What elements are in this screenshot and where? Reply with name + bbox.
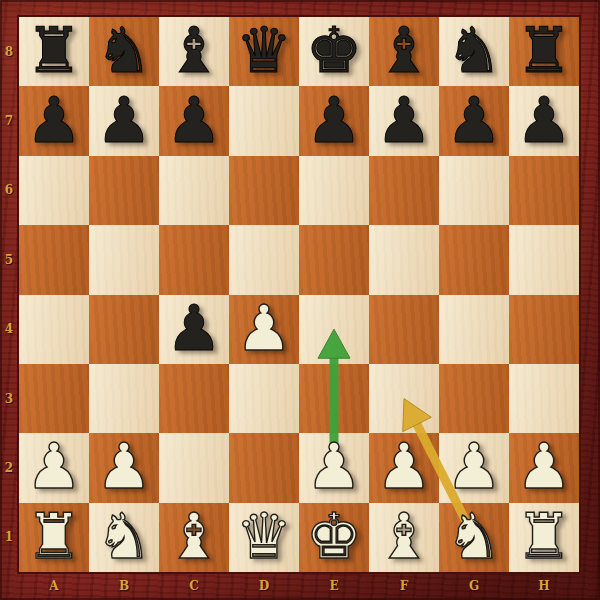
square-c5[interactable]	[159, 225, 229, 294]
square-d3[interactable]	[229, 364, 299, 433]
square-b5[interactable]	[89, 225, 159, 294]
white-knight-b1[interactable]: ♞	[96, 502, 152, 571]
square-h5[interactable]	[509, 225, 579, 294]
square-e3[interactable]	[299, 364, 369, 433]
square-e7[interactable]: ♟	[299, 86, 369, 155]
square-b8[interactable]: ♞	[89, 17, 159, 86]
file-label-G: G	[469, 579, 479, 593]
chess-board-frame: ♜♞♝♛♚♝♞♜♟♟♟♟♟♟♟♟♟♟♟♟♟♟♟♜♞♝♛♚♝♞♜ 87654321…	[0, 0, 600, 600]
square-a6[interactable]	[19, 156, 89, 225]
black-knight-g8[interactable]: ♞	[446, 16, 502, 85]
black-king-e8[interactable]: ♚	[306, 16, 362, 85]
black-pawn-c7[interactable]: ♟	[166, 86, 222, 155]
square-f3[interactable]	[369, 364, 439, 433]
rank-label-6: 6	[5, 183, 13, 197]
black-pawn-b7[interactable]: ♟	[96, 86, 152, 155]
white-pawn-d4[interactable]: ♟	[236, 294, 292, 363]
square-d7[interactable]	[229, 86, 299, 155]
black-pawn-e7[interactable]: ♟	[306, 86, 362, 155]
square-f4[interactable]	[369, 295, 439, 364]
black-pawn-a7[interactable]: ♟	[26, 86, 82, 155]
square-a8[interactable]: ♜	[19, 17, 89, 86]
rank-label-4: 4	[5, 322, 13, 336]
square-a7[interactable]: ♟	[19, 86, 89, 155]
square-g4[interactable]	[439, 295, 509, 364]
square-b1[interactable]: ♞	[89, 503, 159, 572]
square-f1[interactable]: ♝	[369, 503, 439, 572]
file-label-H: H	[538, 579, 549, 593]
white-knight-g1[interactable]: ♞	[446, 502, 502, 571]
white-bishop-c1[interactable]: ♝	[166, 502, 222, 571]
square-e2[interactable]: ♟	[299, 433, 369, 502]
white-pawn-f2[interactable]: ♟	[376, 432, 432, 501]
black-rook-a8[interactable]: ♜	[26, 16, 82, 85]
file-label-F: F	[400, 579, 409, 593]
white-rook-a1[interactable]: ♜	[26, 502, 82, 571]
square-d6[interactable]	[229, 156, 299, 225]
chess-board: ♜♞♝♛♚♝♞♜♟♟♟♟♟♟♟♟♟♟♟♟♟♟♟♜♞♝♛♚♝♞♜	[19, 17, 579, 572]
square-g8[interactable]: ♞	[439, 17, 509, 86]
rank-label-3: 3	[5, 392, 13, 406]
square-f5[interactable]	[369, 225, 439, 294]
white-rook-h1[interactable]: ♜	[516, 502, 572, 571]
black-bishop-c8[interactable]: ♝	[166, 16, 222, 85]
white-queen-d1[interactable]: ♛	[236, 502, 292, 571]
square-c6[interactable]	[159, 156, 229, 225]
square-g6[interactable]	[439, 156, 509, 225]
white-pawn-a2[interactable]: ♟	[26, 432, 82, 501]
square-e1[interactable]: ♚	[299, 503, 369, 572]
black-rook-h8[interactable]: ♜	[516, 16, 572, 85]
square-e8[interactable]: ♚	[299, 17, 369, 86]
black-bishop-f8[interactable]: ♝	[376, 16, 432, 85]
rank-label-8: 8	[5, 45, 13, 59]
square-c2[interactable]	[159, 433, 229, 502]
white-bishop-f1[interactable]: ♝	[376, 502, 432, 571]
square-c4[interactable]: ♟	[159, 295, 229, 364]
square-e5[interactable]	[299, 225, 369, 294]
black-pawn-f7[interactable]: ♟	[376, 86, 432, 155]
square-c3[interactable]	[159, 364, 229, 433]
rank-label-1: 1	[5, 530, 13, 544]
file-label-A: A	[49, 579, 58, 593]
square-a1[interactable]: ♜	[19, 503, 89, 572]
square-h4[interactable]	[509, 295, 579, 364]
square-g3[interactable]	[439, 364, 509, 433]
square-f6[interactable]	[369, 156, 439, 225]
square-g7[interactable]: ♟	[439, 86, 509, 155]
square-c8[interactable]: ♝	[159, 17, 229, 86]
square-b3[interactable]	[89, 364, 159, 433]
square-b7[interactable]: ♟	[89, 86, 159, 155]
white-king-e1[interactable]: ♚	[306, 502, 362, 571]
square-f2[interactable]: ♟	[369, 433, 439, 502]
square-b2[interactable]: ♟	[89, 433, 159, 502]
square-f8[interactable]: ♝	[369, 17, 439, 86]
rank-label-2: 2	[5, 461, 13, 475]
black-pawn-g7[interactable]: ♟	[446, 86, 502, 155]
square-d2[interactable]	[229, 433, 299, 502]
square-c1[interactable]: ♝	[159, 503, 229, 572]
square-h6[interactable]	[509, 156, 579, 225]
file-label-C: C	[189, 579, 199, 593]
square-a4[interactable]	[19, 295, 89, 364]
black-queen-d8[interactable]: ♛	[236, 16, 292, 85]
square-g1[interactable]: ♞	[439, 503, 509, 572]
square-a2[interactable]: ♟	[19, 433, 89, 502]
square-g2[interactable]: ♟	[439, 433, 509, 502]
square-f7[interactable]: ♟	[369, 86, 439, 155]
square-h8[interactable]: ♜	[509, 17, 579, 86]
square-d8[interactable]: ♛	[229, 17, 299, 86]
file-label-E: E	[329, 579, 338, 593]
square-b4[interactable]	[89, 295, 159, 364]
black-pawn-h7[interactable]: ♟	[516, 86, 572, 155]
black-pawn-c4[interactable]: ♟	[166, 294, 222, 363]
square-h2[interactable]: ♟	[509, 433, 579, 502]
square-c7[interactable]: ♟	[159, 86, 229, 155]
square-b6[interactable]	[89, 156, 159, 225]
white-pawn-g2[interactable]: ♟	[446, 432, 502, 501]
rank-label-7: 7	[5, 114, 13, 128]
square-h7[interactable]: ♟	[509, 86, 579, 155]
square-d4[interactable]: ♟	[229, 295, 299, 364]
square-a3[interactable]	[19, 364, 89, 433]
square-h1[interactable]: ♜	[509, 503, 579, 572]
file-label-D: D	[259, 579, 269, 593]
square-d5[interactable]	[229, 225, 299, 294]
black-knight-b8[interactable]: ♞	[96, 16, 152, 85]
square-d1[interactable]: ♛	[229, 503, 299, 572]
file-label-B: B	[119, 579, 129, 593]
square-g5[interactable]	[439, 225, 509, 294]
white-pawn-b2[interactable]: ♟	[96, 432, 152, 501]
square-e6[interactable]	[299, 156, 369, 225]
square-h3[interactable]	[509, 364, 579, 433]
white-pawn-e2[interactable]: ♟	[306, 432, 362, 501]
white-pawn-h2[interactable]: ♟	[516, 432, 572, 501]
rank-label-5: 5	[5, 253, 13, 267]
square-e4[interactable]	[299, 295, 369, 364]
square-a5[interactable]	[19, 225, 89, 294]
